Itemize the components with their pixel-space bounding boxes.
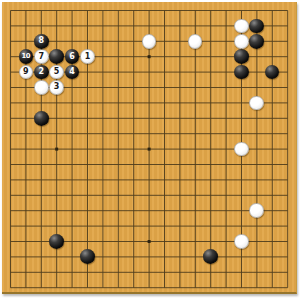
white-stone	[234, 142, 249, 157]
black-stone: 2	[34, 65, 49, 80]
black-stone	[234, 65, 249, 80]
black-stone	[34, 111, 49, 126]
goban-grid[interactable]: 12345678910	[3, 3, 296, 296]
white-stone	[249, 96, 264, 111]
white-stone	[234, 234, 249, 249]
black-stone: 4	[65, 65, 80, 80]
black-stone	[265, 65, 280, 80]
move-number-label: 2	[38, 68, 44, 76]
black-stone	[49, 49, 64, 64]
white-stone: 5	[49, 65, 64, 80]
move-number-label: 6	[69, 52, 75, 60]
white-stone	[249, 203, 264, 218]
black-stone	[80, 249, 95, 264]
white-stone: 7	[34, 49, 49, 64]
white-stone	[142, 34, 157, 49]
move-number-label: 3	[54, 83, 60, 91]
move-number-label: 5	[54, 68, 60, 76]
black-stone: 6	[65, 49, 80, 64]
white-stone	[234, 19, 249, 34]
move-number-label: 4	[69, 68, 75, 76]
move-number-label: 8	[38, 37, 44, 45]
move-number-label: 7	[38, 52, 44, 60]
white-stone: 1	[80, 49, 95, 64]
white-stone: 3	[49, 80, 64, 95]
black-stone	[49, 234, 64, 249]
white-stone	[188, 34, 203, 49]
move-number-label: 10	[22, 53, 31, 60]
black-stone	[249, 34, 264, 49]
black-stone	[203, 249, 218, 264]
black-stone	[234, 49, 249, 64]
move-number-label: 9	[23, 68, 29, 76]
white-stone	[234, 34, 249, 49]
move-number-label: 1	[85, 52, 91, 60]
black-stone: 10	[19, 49, 34, 64]
screenshot-root: 12345678910	[0, 0, 300, 300]
black-stone: 8	[34, 34, 49, 49]
white-stone: 9	[19, 65, 34, 80]
black-stone	[249, 19, 264, 34]
white-stone	[34, 80, 49, 95]
